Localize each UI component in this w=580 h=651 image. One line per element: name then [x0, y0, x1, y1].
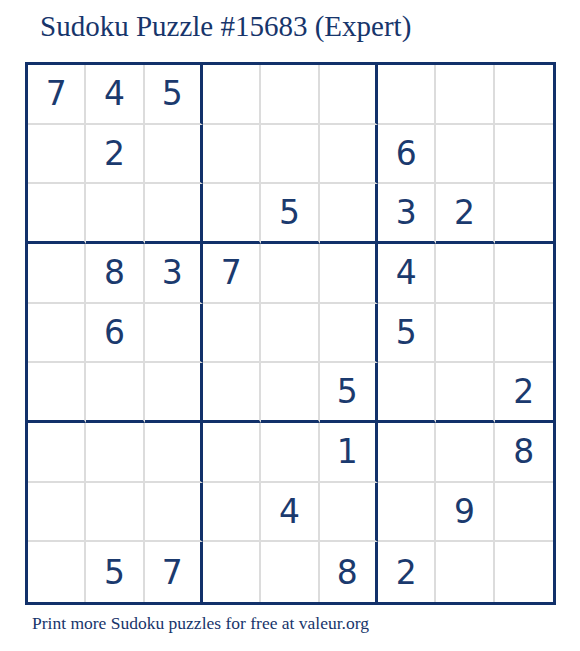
cell-r3c8: 2 — [436, 184, 494, 244]
cell-r5c4 — [203, 304, 261, 364]
page: Sudoku Puzzle #15683 (Expert) 7452653283… — [0, 0, 580, 651]
cell-r5c2: 6 — [86, 304, 144, 364]
cell-r5c6 — [320, 304, 378, 364]
cell-r1c7 — [378, 65, 436, 125]
cell-r8c3 — [145, 483, 203, 543]
cell-r4c5 — [261, 244, 319, 304]
cell-r7c8 — [436, 423, 494, 483]
cell-r4c2: 8 — [86, 244, 144, 304]
cell-r1c6 — [320, 65, 378, 125]
cell-r7c9: 8 — [495, 423, 553, 483]
footer-text: Print more Sudoku puzzles for free at va… — [32, 613, 369, 634]
cell-r6c3 — [145, 363, 203, 423]
cell-r8c2 — [86, 483, 144, 543]
cell-r9c2: 5 — [86, 542, 144, 602]
cell-r4c8 — [436, 244, 494, 304]
cell-r4c1 — [28, 244, 86, 304]
cell-r7c2 — [86, 423, 144, 483]
cell-r7c6: 1 — [320, 423, 378, 483]
cell-r4c9 — [495, 244, 553, 304]
cell-r1c9 — [495, 65, 553, 125]
cell-r6c2 — [86, 363, 144, 423]
cell-r3c1 — [28, 184, 86, 244]
cell-r5c3 — [145, 304, 203, 364]
sudoku-board: 745265328374655218495782 — [25, 62, 556, 605]
cell-r8c6 — [320, 483, 378, 543]
cell-r6c9: 2 — [495, 363, 553, 423]
cell-r9c9 — [495, 542, 553, 602]
cell-r9c6: 8 — [320, 542, 378, 602]
cell-r1c8 — [436, 65, 494, 125]
cell-r5c5 — [261, 304, 319, 364]
cell-r4c4: 7 — [203, 244, 261, 304]
cell-r1c3: 5 — [145, 65, 203, 125]
cell-r8c8: 9 — [436, 483, 494, 543]
cell-r9c1 — [28, 542, 86, 602]
cell-r9c3: 7 — [145, 542, 203, 602]
cell-r2c1 — [28, 125, 86, 185]
cell-r2c2: 2 — [86, 125, 144, 185]
cell-r9c8 — [436, 542, 494, 602]
cell-r7c1 — [28, 423, 86, 483]
cell-r2c8 — [436, 125, 494, 185]
cell-r2c4 — [203, 125, 261, 185]
cell-r2c6 — [320, 125, 378, 185]
cell-r8c4 — [203, 483, 261, 543]
cell-r6c6: 5 — [320, 363, 378, 423]
page-title: Sudoku Puzzle #15683 (Expert) — [40, 10, 411, 43]
cell-r7c4 — [203, 423, 261, 483]
cell-r3c4 — [203, 184, 261, 244]
cell-r6c5 — [261, 363, 319, 423]
cell-r7c7 — [378, 423, 436, 483]
cell-r8c1 — [28, 483, 86, 543]
cell-r4c6 — [320, 244, 378, 304]
cell-r4c3: 3 — [145, 244, 203, 304]
cell-r2c3 — [145, 125, 203, 185]
cell-r3c2 — [86, 184, 144, 244]
cell-r5c9 — [495, 304, 553, 364]
cell-r6c8 — [436, 363, 494, 423]
cell-r3c3 — [145, 184, 203, 244]
cell-r3c9 — [495, 184, 553, 244]
cell-r7c5 — [261, 423, 319, 483]
cell-r1c1: 7 — [28, 65, 86, 125]
cell-r5c1 — [28, 304, 86, 364]
cell-r6c4 — [203, 363, 261, 423]
cell-r3c6 — [320, 184, 378, 244]
cell-r3c5: 5 — [261, 184, 319, 244]
cell-r8c7 — [378, 483, 436, 543]
cell-r7c3 — [145, 423, 203, 483]
cell-r5c7: 5 — [378, 304, 436, 364]
cell-r1c4 — [203, 65, 261, 125]
cell-r9c4 — [203, 542, 261, 602]
cell-r1c2: 4 — [86, 65, 144, 125]
cell-r8c5: 4 — [261, 483, 319, 543]
cell-r6c7 — [378, 363, 436, 423]
cell-r8c9 — [495, 483, 553, 543]
cell-r2c7: 6 — [378, 125, 436, 185]
cell-r2c9 — [495, 125, 553, 185]
cell-r1c5 — [261, 65, 319, 125]
cell-r2c5 — [261, 125, 319, 185]
cell-r4c7: 4 — [378, 244, 436, 304]
cell-r6c1 — [28, 363, 86, 423]
cell-r3c7: 3 — [378, 184, 436, 244]
cell-r5c8 — [436, 304, 494, 364]
cell-r9c5 — [261, 542, 319, 602]
cell-r9c7: 2 — [378, 542, 436, 602]
